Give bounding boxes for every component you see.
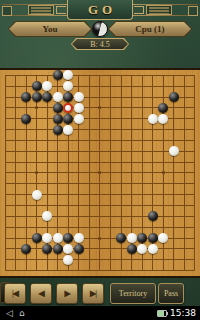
board-intersection[interactable]	[168, 70, 179, 81]
board-intersection[interactable]	[42, 124, 53, 135]
board-intersection[interactable]	[53, 92, 64, 103]
board-intersection[interactable]	[158, 113, 169, 124]
board-intersection[interactable]	[95, 233, 106, 244]
board-intersection[interactable]	[11, 233, 22, 244]
board-intersection[interactable]	[0, 211, 11, 222]
board-intersection[interactable]	[95, 81, 106, 92]
board-intersection[interactable]	[11, 189, 22, 200]
board-intersection[interactable]	[53, 146, 64, 157]
board-intersection[interactable]	[189, 233, 200, 244]
board-intersection[interactable]	[74, 211, 85, 222]
board-intersection[interactable]	[105, 233, 116, 244]
board-intersection[interactable]	[11, 124, 22, 135]
board-intersection[interactable]	[147, 70, 158, 81]
board-intersection[interactable]	[21, 157, 32, 168]
board-intersection[interactable]	[147, 254, 158, 265]
board-intersection[interactable]	[84, 200, 95, 211]
board-intersection[interactable]	[116, 243, 127, 254]
board-intersection[interactable]	[116, 113, 127, 124]
board-intersection[interactable]	[84, 81, 95, 92]
board-intersection[interactable]	[42, 211, 53, 222]
board-intersection[interactable]	[116, 124, 127, 135]
board-intersection[interactable]	[158, 168, 169, 179]
board-intersection[interactable]	[158, 81, 169, 92]
board-intersection[interactable]	[158, 124, 169, 135]
board-intersection[interactable]	[189, 178, 200, 189]
board-intersection[interactable]	[42, 103, 53, 114]
board-intersection[interactable]	[179, 168, 190, 179]
board-intersection[interactable]	[0, 233, 11, 244]
board-intersection[interactable]	[63, 157, 74, 168]
board-intersection[interactable]	[126, 157, 137, 168]
board-intersection[interactable]	[42, 81, 53, 92]
board-intersection[interactable]	[84, 168, 95, 179]
board-intersection[interactable]	[53, 265, 64, 276]
board-intersection[interactable]	[63, 103, 74, 114]
board-intersection[interactable]	[137, 233, 148, 244]
board-intersection[interactable]	[126, 168, 137, 179]
board-intersection[interactable]	[147, 211, 158, 222]
board-intersection[interactable]	[189, 146, 200, 157]
board-intersection[interactable]	[21, 243, 32, 254]
board-intersection[interactable]	[32, 265, 43, 276]
board-intersection[interactable]	[0, 135, 11, 146]
board-intersection[interactable]	[74, 178, 85, 189]
board-intersection[interactable]	[84, 189, 95, 200]
board-intersection[interactable]	[11, 200, 22, 211]
board-intersection[interactable]	[126, 200, 137, 211]
board-intersection[interactable]	[168, 211, 179, 222]
board-intersection[interactable]	[168, 103, 179, 114]
board-intersection[interactable]	[84, 70, 95, 81]
board-intersection[interactable]	[126, 265, 137, 276]
board-intersection[interactable]	[32, 92, 43, 103]
board-intersection[interactable]	[126, 113, 137, 124]
board-intersection[interactable]	[95, 103, 106, 114]
board-intersection[interactable]	[0, 146, 11, 157]
board-intersection[interactable]	[137, 146, 148, 157]
board-intersection[interactable]	[63, 135, 74, 146]
board-intersection[interactable]	[189, 211, 200, 222]
board-intersection[interactable]	[11, 70, 22, 81]
board-intersection[interactable]	[105, 222, 116, 233]
board-intersection[interactable]	[0, 265, 11, 276]
board-intersection[interactable]	[179, 124, 190, 135]
board-intersection[interactable]	[63, 254, 74, 265]
board-intersection[interactable]	[105, 254, 116, 265]
board-intersection[interactable]	[105, 243, 116, 254]
board-intersection[interactable]	[84, 211, 95, 222]
board-intersection[interactable]	[179, 113, 190, 124]
board-intersection[interactable]	[158, 189, 169, 200]
board-intersection[interactable]	[105, 103, 116, 114]
board-intersection[interactable]	[21, 135, 32, 146]
board-intersection[interactable]	[116, 254, 127, 265]
board-intersection[interactable]	[84, 103, 95, 114]
board-intersection[interactable]	[168, 233, 179, 244]
board-intersection[interactable]	[11, 135, 22, 146]
board-intersection[interactable]	[32, 124, 43, 135]
board-intersection[interactable]	[147, 200, 158, 211]
board-intersection[interactable]	[42, 178, 53, 189]
board-intersection[interactable]	[147, 178, 158, 189]
board-intersection[interactable]	[126, 222, 137, 233]
board-intersection[interactable]	[168, 113, 179, 124]
board-intersection[interactable]	[63, 146, 74, 157]
board-intersection[interactable]	[105, 200, 116, 211]
board-intersection[interactable]	[11, 265, 22, 276]
board-intersection[interactable]	[116, 157, 127, 168]
board-intersection[interactable]	[105, 135, 116, 146]
board-intersection[interactable]	[11, 113, 22, 124]
board-intersection[interactable]	[179, 254, 190, 265]
board-intersection[interactable]	[116, 222, 127, 233]
board-intersection[interactable]	[84, 243, 95, 254]
board-intersection[interactable]	[147, 243, 158, 254]
board-intersection[interactable]	[179, 189, 190, 200]
board-intersection[interactable]	[32, 200, 43, 211]
board-intersection[interactable]	[179, 243, 190, 254]
back-nav-icon[interactable]: ◁	[6, 308, 13, 318]
board-intersection[interactable]	[0, 222, 11, 233]
board-intersection[interactable]	[0, 81, 11, 92]
board-intersection[interactable]	[168, 92, 179, 103]
board-intersection[interactable]	[168, 265, 179, 276]
board-intersection[interactable]	[53, 113, 64, 124]
board-intersection[interactable]	[168, 189, 179, 200]
board-intersection[interactable]	[179, 222, 190, 233]
board-intersection[interactable]	[0, 124, 11, 135]
board-intersection[interactable]	[74, 189, 85, 200]
board-intersection[interactable]	[42, 233, 53, 244]
board-intersection[interactable]	[63, 124, 74, 135]
board-intersection[interactable]	[11, 178, 22, 189]
board-intersection[interactable]	[32, 243, 43, 254]
board-intersection[interactable]	[168, 135, 179, 146]
board-intersection[interactable]	[158, 265, 169, 276]
board-intersection[interactable]	[32, 103, 43, 114]
board-intersection[interactable]	[126, 178, 137, 189]
board-intersection[interactable]	[116, 265, 127, 276]
board-intersection[interactable]	[168, 200, 179, 211]
board-intersection[interactable]	[179, 233, 190, 244]
board-intersection[interactable]	[105, 168, 116, 179]
board-intersection[interactable]	[74, 81, 85, 92]
board-intersection[interactable]	[95, 92, 106, 103]
board-intersection[interactable]	[168, 157, 179, 168]
board-intersection[interactable]	[137, 243, 148, 254]
board-intersection[interactable]	[84, 254, 95, 265]
board-intersection[interactable]	[126, 103, 137, 114]
board-intersection[interactable]	[95, 168, 106, 179]
board-intersection[interactable]	[168, 81, 179, 92]
board-intersection[interactable]	[168, 222, 179, 233]
board-intersection[interactable]	[95, 265, 106, 276]
board-intersection[interactable]	[147, 146, 158, 157]
board-intersection[interactable]	[0, 113, 11, 124]
board-intersection[interactable]	[105, 81, 116, 92]
board-intersection[interactable]	[11, 81, 22, 92]
board-intersection[interactable]	[11, 168, 22, 179]
board-intersection[interactable]	[116, 200, 127, 211]
board-intersection[interactable]	[126, 189, 137, 200]
board-intersection[interactable]	[137, 124, 148, 135]
board-intersection[interactable]	[84, 265, 95, 276]
board-intersection[interactable]	[11, 243, 22, 254]
board-intersection[interactable]	[0, 254, 11, 265]
board-intersection[interactable]	[74, 265, 85, 276]
board-intersection[interactable]	[137, 157, 148, 168]
board-intersection[interactable]	[189, 70, 200, 81]
board-intersection[interactable]	[105, 146, 116, 157]
board-intersection[interactable]	[179, 135, 190, 146]
board-intersection[interactable]	[53, 189, 64, 200]
board-intersection[interactable]	[189, 222, 200, 233]
board-intersection[interactable]	[32, 222, 43, 233]
board-intersection[interactable]	[116, 146, 127, 157]
board-intersection[interactable]	[116, 211, 127, 222]
home-nav-icon[interactable]: ⌂	[19, 308, 25, 318]
board-intersection[interactable]	[32, 168, 43, 179]
board-intersection[interactable]	[137, 135, 148, 146]
board-intersection[interactable]	[11, 222, 22, 233]
board-intersection[interactable]	[158, 200, 169, 211]
board-intersection[interactable]	[147, 233, 158, 244]
board-intersection[interactable]	[95, 211, 106, 222]
pass-button[interactable]: Pass	[158, 283, 184, 304]
board-intersection[interactable]	[63, 113, 74, 124]
board-intersection[interactable]	[0, 243, 11, 254]
board-intersection[interactable]	[42, 265, 53, 276]
board-intersection[interactable]	[147, 113, 158, 124]
board-intersection[interactable]	[63, 233, 74, 244]
board-intersection[interactable]	[63, 168, 74, 179]
board-intersection[interactable]	[74, 243, 85, 254]
board-intersection[interactable]	[74, 113, 85, 124]
board-intersection[interactable]	[158, 233, 169, 244]
board-intersection[interactable]	[21, 92, 32, 103]
board-intersection[interactable]	[105, 113, 116, 124]
board-intersection[interactable]	[95, 222, 106, 233]
board-intersection[interactable]	[158, 70, 169, 81]
board-intersection[interactable]	[42, 70, 53, 81]
board-intersection[interactable]	[116, 233, 127, 244]
board-intersection[interactable]	[147, 189, 158, 200]
board-intersection[interactable]	[32, 70, 43, 81]
board-intersection[interactable]	[0, 178, 11, 189]
board-intersection[interactable]	[168, 178, 179, 189]
board-intersection[interactable]	[53, 135, 64, 146]
board-intersection[interactable]	[63, 243, 74, 254]
board-intersection[interactable]	[137, 222, 148, 233]
board-intersection[interactable]	[95, 178, 106, 189]
board-intersection[interactable]	[74, 124, 85, 135]
board-intersection[interactable]	[179, 157, 190, 168]
board-intersection[interactable]	[21, 178, 32, 189]
board-intersection[interactable]	[95, 157, 106, 168]
board-intersection[interactable]	[32, 157, 43, 168]
board-intersection[interactable]	[179, 178, 190, 189]
board-intersection[interactable]	[74, 222, 85, 233]
board-intersection[interactable]	[137, 81, 148, 92]
board-intersection[interactable]	[42, 189, 53, 200]
board-intersection[interactable]	[21, 113, 32, 124]
board-intersection[interactable]	[179, 70, 190, 81]
board-intersection[interactable]	[158, 178, 169, 189]
board-intersection[interactable]	[116, 135, 127, 146]
board-intersection[interactable]	[32, 254, 43, 265]
board-intersection[interactable]	[158, 92, 169, 103]
board-intersection[interactable]	[42, 113, 53, 124]
board-intersection[interactable]	[179, 81, 190, 92]
board-intersection[interactable]	[189, 189, 200, 200]
board-intersection[interactable]	[21, 200, 32, 211]
board-intersection[interactable]	[21, 189, 32, 200]
board-intersection[interactable]	[168, 168, 179, 179]
board-intersection[interactable]	[21, 70, 32, 81]
board-intersection[interactable]	[116, 178, 127, 189]
board-intersection[interactable]	[137, 92, 148, 103]
board-intersection[interactable]	[179, 200, 190, 211]
board-intersection[interactable]	[53, 200, 64, 211]
board-intersection[interactable]	[137, 103, 148, 114]
board-intersection[interactable]	[137, 178, 148, 189]
board-intersection[interactable]	[147, 265, 158, 276]
board-intersection[interactable]	[53, 157, 64, 168]
board-intersection[interactable]	[84, 222, 95, 233]
board-intersection[interactable]	[63, 222, 74, 233]
board-intersection[interactable]	[74, 70, 85, 81]
board-intersection[interactable]	[95, 189, 106, 200]
board-intersection[interactable]	[189, 265, 200, 276]
board-intersection[interactable]	[53, 254, 64, 265]
board-intersection[interactable]	[11, 92, 22, 103]
board-intersection[interactable]	[137, 168, 148, 179]
board-intersection[interactable]	[53, 243, 64, 254]
board-intersection[interactable]	[21, 103, 32, 114]
board-intersection[interactable]	[0, 168, 11, 179]
board-intersection[interactable]	[147, 135, 158, 146]
board-intersection[interactable]	[158, 146, 169, 157]
board-intersection[interactable]	[21, 168, 32, 179]
board-intersection[interactable]	[32, 233, 43, 244]
board-intersection[interactable]	[189, 113, 200, 124]
board-intersection[interactable]	[189, 168, 200, 179]
board-intersection[interactable]	[147, 157, 158, 168]
board-intersection[interactable]	[53, 222, 64, 233]
board-intersection[interactable]	[63, 200, 74, 211]
board-intersection[interactable]	[63, 92, 74, 103]
board-intersection[interactable]	[179, 265, 190, 276]
board-intersection[interactable]	[116, 92, 127, 103]
board-intersection[interactable]	[158, 222, 169, 233]
board-intersection[interactable]	[63, 265, 74, 276]
board-intersection[interactable]	[0, 189, 11, 200]
board-intersection[interactable]	[32, 146, 43, 157]
board-intersection[interactable]	[21, 146, 32, 157]
board-intersection[interactable]	[147, 222, 158, 233]
board-intersection[interactable]	[74, 103, 85, 114]
board-intersection[interactable]	[105, 265, 116, 276]
board-intersection[interactable]	[158, 254, 169, 265]
board-intersection[interactable]	[95, 70, 106, 81]
board-intersection[interactable]	[189, 243, 200, 254]
board-intersection[interactable]	[42, 146, 53, 157]
board-intersection[interactable]	[137, 113, 148, 124]
board-intersection[interactable]	[63, 70, 74, 81]
board-intersection[interactable]	[42, 200, 53, 211]
board-intersection[interactable]	[84, 146, 95, 157]
board-intersection[interactable]	[189, 103, 200, 114]
board-intersection[interactable]	[21, 211, 32, 222]
board-intersection[interactable]	[32, 81, 43, 92]
board-intersection[interactable]	[84, 124, 95, 135]
board-intersection[interactable]	[179, 211, 190, 222]
board-intersection[interactable]	[137, 254, 148, 265]
board-intersection[interactable]	[116, 81, 127, 92]
board-intersection[interactable]	[137, 211, 148, 222]
board-intersection[interactable]	[84, 233, 95, 244]
board-intersection[interactable]	[105, 124, 116, 135]
board-intersection[interactable]	[147, 168, 158, 179]
board-intersection[interactable]	[53, 81, 64, 92]
board-intersection[interactable]	[179, 92, 190, 103]
board-intersection[interactable]	[95, 124, 106, 135]
board-intersection[interactable]	[116, 189, 127, 200]
board-intersection[interactable]	[137, 200, 148, 211]
board-intersection[interactable]	[126, 124, 137, 135]
board-intersection[interactable]	[11, 254, 22, 265]
board-intersection[interactable]	[189, 254, 200, 265]
board-intersection[interactable]	[63, 211, 74, 222]
board-intersection[interactable]	[158, 211, 169, 222]
board-intersection[interactable]	[105, 211, 116, 222]
board-intersection[interactable]	[116, 70, 127, 81]
board-intersection[interactable]	[126, 233, 137, 244]
board-intersection[interactable]	[74, 146, 85, 157]
board-intersection[interactable]	[21, 265, 32, 276]
board-intersection[interactable]	[105, 70, 116, 81]
board-intersection[interactable]	[189, 81, 200, 92]
board-intersection[interactable]	[53, 178, 64, 189]
board-intersection[interactable]	[158, 243, 169, 254]
board-intersection[interactable]	[32, 135, 43, 146]
board-intersection[interactable]	[189, 135, 200, 146]
board-intersection[interactable]	[158, 157, 169, 168]
board-intersection[interactable]	[168, 124, 179, 135]
board-intersection[interactable]	[168, 254, 179, 265]
board-intersection[interactable]	[11, 146, 22, 157]
board-intersection[interactable]	[42, 92, 53, 103]
board-intersection[interactable]	[32, 189, 43, 200]
board-intersection[interactable]	[189, 200, 200, 211]
board-intersection[interactable]	[105, 157, 116, 168]
board-intersection[interactable]	[95, 135, 106, 146]
board-intersection[interactable]	[42, 168, 53, 179]
board-intersection[interactable]	[189, 157, 200, 168]
board-intersection[interactable]	[137, 189, 148, 200]
board-intersection[interactable]	[32, 178, 43, 189]
board-intersection[interactable]	[21, 81, 32, 92]
board-intersection[interactable]	[0, 103, 11, 114]
board-intersection[interactable]	[147, 103, 158, 114]
board-intersection[interactable]	[95, 254, 106, 265]
board-intersection[interactable]	[74, 200, 85, 211]
board-intersection[interactable]	[158, 135, 169, 146]
skip-to-end-button[interactable]: ▶|	[82, 283, 104, 304]
board-intersection[interactable]	[95, 146, 106, 157]
board-intersection[interactable]	[0, 92, 11, 103]
